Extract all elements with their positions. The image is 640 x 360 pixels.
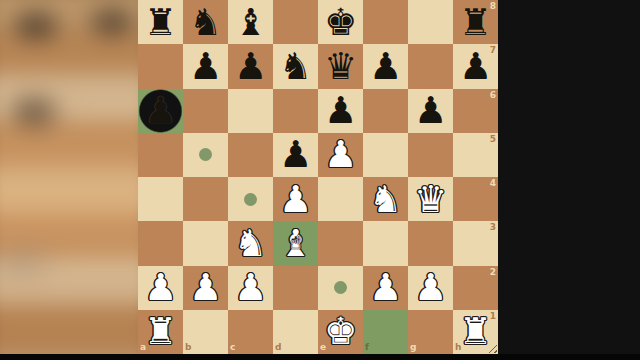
square-b5[interactable] — [183, 133, 228, 177]
square-f8[interactable] — [363, 0, 408, 44]
square-h6[interactable]: 6 — [453, 89, 498, 133]
square-e5[interactable]: ♟ — [318, 133, 363, 177]
square-b4[interactable] — [183, 177, 228, 221]
square-f3[interactable] — [363, 221, 408, 265]
square-g5[interactable] — [408, 133, 453, 177]
square-d5[interactable]: ♟ — [273, 133, 318, 177]
white-pawn[interactable]: ♟ — [138, 266, 183, 310]
square-d1[interactable]: d — [273, 310, 318, 354]
rank-label-3: 3 — [490, 223, 496, 232]
square-b3[interactable] — [183, 221, 228, 265]
black-pawn[interactable]: ♟ — [408, 89, 453, 133]
square-c7[interactable]: ♟ — [228, 44, 273, 88]
square-f4[interactable]: ♞ — [363, 177, 408, 221]
white-pawn[interactable]: ♟ — [408, 266, 453, 310]
rank-label-7: 7 — [490, 46, 496, 55]
square-c2[interactable]: ♟ — [228, 266, 273, 310]
square-h5[interactable]: 5 — [453, 133, 498, 177]
square-f1[interactable]: f — [363, 310, 408, 354]
white-knight[interactable]: ♞ — [228, 221, 273, 265]
black-bishop[interactable]: ♝ — [228, 0, 273, 44]
black-knight[interactable]: ♞ — [183, 0, 228, 44]
square-a7[interactable] — [138, 44, 183, 88]
blurred-background-left — [0, 0, 138, 360]
file-label-e: e — [320, 343, 326, 352]
square-e4[interactable] — [318, 177, 363, 221]
file-label-h: h — [455, 343, 461, 352]
square-f5[interactable] — [363, 133, 408, 177]
square-b8[interactable]: ♞ — [183, 0, 228, 44]
hand-pointer-icon: ☝ — [290, 233, 302, 252]
square-g2[interactable]: ♟ — [408, 266, 453, 310]
square-d4[interactable]: ♟ — [273, 177, 318, 221]
square-a6[interactable]: ♟ — [138, 89, 183, 133]
square-c3[interactable]: ♞ — [228, 221, 273, 265]
square-d2[interactable] — [273, 266, 318, 310]
rank-label-8: 8 — [490, 2, 496, 11]
square-c5[interactable] — [228, 133, 273, 177]
black-pawn[interactable]: ♟ — [183, 44, 228, 88]
move-hint-dot[interactable] — [199, 148, 212, 161]
letterbox-bottom-bar — [0, 354, 640, 360]
file-label-g: g — [410, 343, 416, 352]
square-e1[interactable]: ♚e — [318, 310, 363, 354]
rank-label-6: 6 — [490, 91, 496, 100]
black-pawn[interactable]: ♟ — [318, 89, 363, 133]
square-a4[interactable] — [138, 177, 183, 221]
move-hint-dot[interactable] — [244, 193, 257, 206]
white-pawn[interactable]: ♟ — [363, 266, 408, 310]
black-king[interactable]: ♚ — [318, 0, 363, 44]
square-c8[interactable]: ♝ — [228, 0, 273, 44]
square-b7[interactable]: ♟ — [183, 44, 228, 88]
square-g7[interactable] — [408, 44, 453, 88]
white-pawn[interactable]: ♟ — [183, 266, 228, 310]
square-c4[interactable] — [228, 177, 273, 221]
square-g8[interactable] — [408, 0, 453, 44]
square-b6[interactable] — [183, 89, 228, 133]
file-label-a: a — [140, 343, 146, 352]
square-g3[interactable] — [408, 221, 453, 265]
square-d6[interactable] — [273, 89, 318, 133]
square-g4[interactable]: ♛ — [408, 177, 453, 221]
square-d7[interactable]: ♞ — [273, 44, 318, 88]
rank-label-4: 4 — [490, 179, 496, 188]
square-a3[interactable] — [138, 221, 183, 265]
file-label-d: d — [275, 343, 281, 352]
square-f7[interactable]: ♟ — [363, 44, 408, 88]
video-frame: ♜♞♝♚♜8♟♟♞♛♟♟7♟♟♟6♟♟5♟♞♛4♞♝☝3♟♟♟♟♟2♜abcd♚… — [0, 0, 640, 360]
square-f6[interactable] — [363, 89, 408, 133]
file-label-b: b — [185, 343, 191, 352]
blurred-board-reflection-right — [498, 0, 640, 360]
square-e2[interactable] — [318, 266, 363, 310]
chess-board[interactable]: ♜♞♝♚♜8♟♟♞♛♟♟7♟♟♟6♟♟5♟♞♛4♞♝☝3♟♟♟♟♟2♜abcd♚… — [138, 0, 498, 354]
black-knight[interactable]: ♞ — [273, 44, 318, 88]
square-a1[interactable]: ♜a — [138, 310, 183, 354]
move-hint-dot[interactable] — [334, 281, 347, 294]
square-g1[interactable]: g — [408, 310, 453, 354]
square-h1[interactable]: ♜h1 — [453, 310, 498, 354]
square-c6[interactable] — [228, 89, 273, 133]
square-e7[interactable]: ♛ — [318, 44, 363, 88]
white-pawn[interactable]: ♟ — [228, 266, 273, 310]
black-rook[interactable]: ♜ — [138, 0, 183, 44]
square-b1[interactable]: b — [183, 310, 228, 354]
square-e6[interactable]: ♟ — [318, 89, 363, 133]
square-e8[interactable]: ♚ — [318, 0, 363, 44]
white-pawn[interactable]: ♟ — [273, 177, 318, 221]
square-d8[interactable] — [273, 0, 318, 44]
file-label-f: f — [365, 343, 369, 352]
square-a8[interactable]: ♜ — [138, 0, 183, 44]
square-e3[interactable] — [318, 221, 363, 265]
black-pawn[interactable]: ♟ — [138, 89, 183, 133]
white-queen[interactable]: ♛ — [408, 177, 453, 221]
white-pawn[interactable]: ♟ — [318, 133, 363, 177]
square-d3[interactable]: ♝☝ — [273, 221, 318, 265]
rank-label-1: 1 — [490, 312, 496, 321]
blurred-board-reflection-left — [0, 0, 138, 360]
square-g6[interactable]: ♟ — [408, 89, 453, 133]
rank-label-2: 2 — [490, 268, 496, 277]
square-b2[interactable]: ♟ — [183, 266, 228, 310]
black-pawn[interactable]: ♟ — [363, 44, 408, 88]
square-h3[interactable]: 3 — [453, 221, 498, 265]
square-a2[interactable]: ♟ — [138, 266, 183, 310]
square-f2[interactable]: ♟ — [363, 266, 408, 310]
black-pawn[interactable]: ♟ — [228, 44, 273, 88]
black-pawn[interactable]: ♟ — [273, 133, 318, 177]
file-label-c: c — [230, 343, 235, 352]
blurred-background-right — [498, 0, 640, 360]
square-h4[interactable]: 4 — [453, 177, 498, 221]
black-queen[interactable]: ♛ — [318, 44, 363, 88]
square-a5[interactable] — [138, 133, 183, 177]
square-c1[interactable]: c — [228, 310, 273, 354]
rank-label-5: 5 — [490, 135, 496, 144]
square-h7[interactable]: ♟7 — [453, 44, 498, 88]
white-knight[interactable]: ♞ — [363, 177, 408, 221]
square-h2[interactable]: 2 — [453, 266, 498, 310]
square-h8[interactable]: ♜8 — [453, 0, 498, 44]
